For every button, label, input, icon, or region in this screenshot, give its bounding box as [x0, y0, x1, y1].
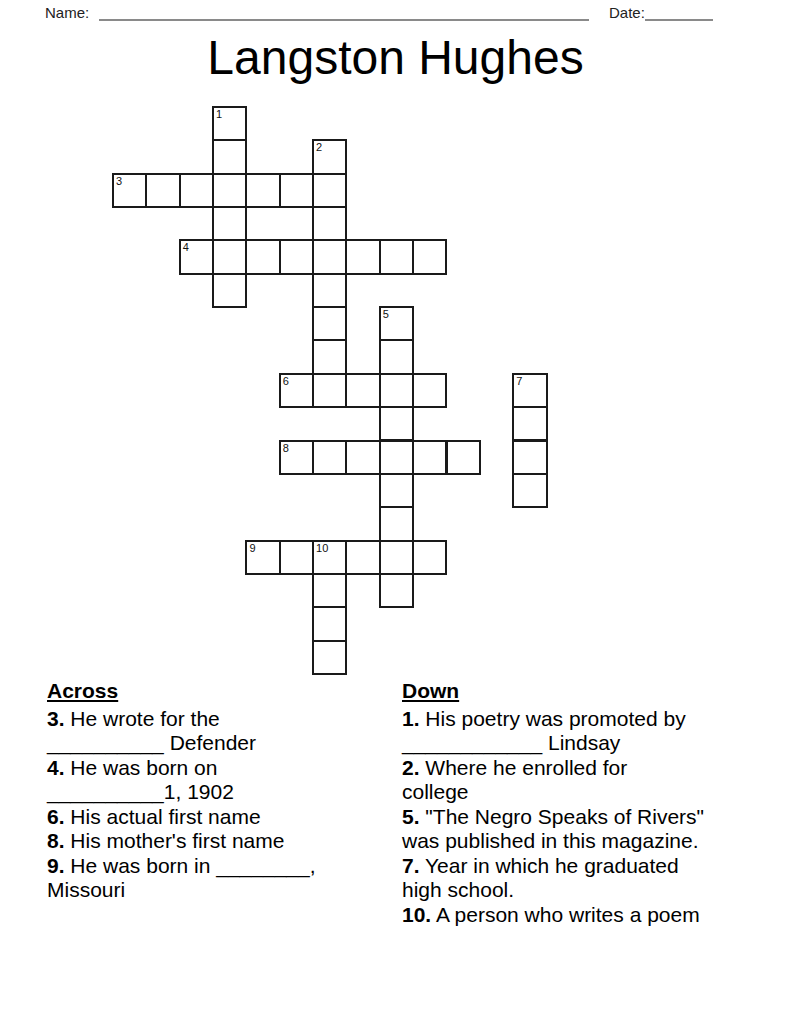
grid-cell-r6c6[interactable]: [312, 306, 347, 341]
grid-cell-r0c3[interactable]: 1: [212, 106, 247, 141]
grid-cell-r10c10[interactable]: [446, 440, 481, 475]
grid-cell-r9c12[interactable]: [512, 406, 547, 441]
across-heading: Across: [47, 679, 397, 704]
cell-number-7: 7: [516, 375, 522, 387]
clue-across-8: 8. His mother's first name: [47, 829, 397, 854]
grid-cell-r4c7[interactable]: [345, 239, 380, 274]
grid-cell-r4c8[interactable]: [379, 239, 414, 274]
cell-number-10: 10: [316, 542, 328, 554]
grid-cell-r10c7[interactable]: [345, 440, 380, 475]
clue-number: 4.: [47, 756, 65, 779]
clue-number: 10.: [402, 903, 431, 926]
grid-cell-r8c6[interactable]: [312, 373, 347, 408]
grid-cell-r2c1[interactable]: [145, 173, 180, 208]
grid-cell-r7c8[interactable]: [379, 339, 414, 374]
grid-cell-r8c9[interactable]: [412, 373, 447, 408]
grid-cell-r13c9[interactable]: [412, 540, 447, 575]
grid-cell-r11c12[interactable]: [512, 473, 547, 508]
name-label: Name:: [45, 4, 89, 21]
clue-across-4: 4. He was born on__________1, 1902: [47, 756, 397, 805]
grid-cell-r8c5[interactable]: 6: [279, 373, 314, 408]
grid-cell-r13c6[interactable]: 10: [312, 540, 347, 575]
grid-cell-r2c6[interactable]: [312, 173, 347, 208]
clue-across-3: 3. He wrote for the__________ Defender: [47, 707, 397, 756]
clue-across-9: 9. He was born in ________,Missouri: [47, 854, 397, 903]
cell-number-5: 5: [383, 308, 389, 320]
clue-down-2: 2. Where he enrolled forcollege: [402, 756, 788, 805]
grid-cell-r7c6[interactable]: [312, 339, 347, 374]
date-label: Date:: [609, 4, 645, 21]
clue-number: 6.: [47, 805, 65, 828]
clue-number: 3.: [47, 707, 65, 730]
name-blank-line[interactable]: [99, 0, 589, 21]
grid-cell-r10c12[interactable]: [512, 440, 547, 475]
cell-number-6: 6: [283, 375, 289, 387]
grid-cell-r1c6[interactable]: 2: [312, 139, 347, 174]
clue-down-7: 7. Year in which he graduatedhigh school…: [402, 854, 788, 903]
clue-number: 5.: [402, 805, 420, 828]
crossword-grid: 12345678910: [112, 106, 548, 675]
grid-cell-r2c4[interactable]: [245, 173, 280, 208]
cell-number-4: 4: [183, 241, 189, 253]
clue-number: 8.: [47, 829, 65, 852]
clue-number: 1.: [402, 707, 420, 730]
grid-cell-r2c2[interactable]: [179, 173, 214, 208]
grid-cell-r8c7[interactable]: [345, 373, 380, 408]
cell-number-8: 8: [283, 442, 289, 454]
page-title: Langston Hughes: [0, 30, 791, 85]
clue-number: 9.: [47, 854, 65, 877]
cell-number-1: 1: [216, 108, 222, 120]
grid-cell-r5c3[interactable]: [212, 273, 247, 308]
grid-cell-r8c8[interactable]: [379, 373, 414, 408]
grid-cell-r1c3[interactable]: [212, 139, 247, 174]
grid-cell-r3c6[interactable]: [312, 206, 347, 241]
down-heading: Down: [402, 679, 788, 704]
grid-cell-r14c8[interactable]: [379, 573, 414, 608]
grid-cell-r13c8[interactable]: [379, 540, 414, 575]
grid-cell-r4c3[interactable]: [212, 239, 247, 274]
across-clues-section: Across 3. He wrote for the__________ Def…: [47, 679, 397, 903]
cell-number-3: 3: [116, 175, 122, 187]
down-clues-section: Down 1. His poetry was promoted by______…: [402, 679, 788, 927]
grid-cell-r2c3[interactable]: [212, 173, 247, 208]
date-blank-line[interactable]: [645, 0, 713, 21]
grid-cell-r15c6[interactable]: [312, 606, 347, 641]
clue-number: 7.: [402, 854, 420, 877]
clue-down-5: 5. "The Negro Speaks of Rivers"was publi…: [402, 805, 788, 854]
clue-down-1: 1. His poetry was promoted by___________…: [402, 707, 788, 756]
grid-cell-r10c5[interactable]: 8: [279, 440, 314, 475]
down-clue-list: 1. His poetry was promoted by___________…: [402, 707, 788, 928]
grid-cell-r2c5[interactable]: [279, 173, 314, 208]
clue-down-10: 10. A person who writes a poem: [402, 903, 788, 928]
grid-cell-r10c9[interactable]: [412, 440, 447, 475]
clue-across-6: 6. His actual first name: [47, 805, 397, 830]
grid-cell-r14c6[interactable]: [312, 573, 347, 608]
across-clue-list: 3. He wrote for the__________ Defender4.…: [47, 707, 397, 903]
grid-cell-r12c8[interactable]: [379, 506, 414, 541]
grid-cell-r13c5[interactable]: [279, 540, 314, 575]
grid-cell-r4c6[interactable]: [312, 239, 347, 274]
grid-cell-r4c9[interactable]: [412, 239, 447, 274]
grid-cell-r8c12[interactable]: 7: [512, 373, 547, 408]
grid-cell-r4c2[interactable]: 4: [179, 239, 214, 274]
grid-cell-r2c0[interactable]: 3: [112, 173, 147, 208]
grid-cell-r6c8[interactable]: 5: [379, 306, 414, 341]
clue-number: 2.: [402, 756, 420, 779]
grid-cell-r13c4[interactable]: 9: [245, 540, 280, 575]
grid-cell-r9c8[interactable]: [379, 406, 414, 441]
grid-cell-r4c4[interactable]: [245, 239, 280, 274]
grid-cell-r5c6[interactable]: [312, 273, 347, 308]
grid-cell-r10c6[interactable]: [312, 440, 347, 475]
grid-cell-r16c6[interactable]: [312, 640, 347, 675]
cell-number-2: 2: [316, 141, 322, 153]
grid-cell-r11c8[interactable]: [379, 473, 414, 508]
grid-cell-r4c5[interactable]: [279, 239, 314, 274]
grid-cell-r13c7[interactable]: [345, 540, 380, 575]
grid-cell-r10c8[interactable]: [379, 440, 414, 475]
cell-number-9: 9: [249, 542, 255, 554]
grid-cell-r3c3[interactable]: [212, 206, 247, 241]
